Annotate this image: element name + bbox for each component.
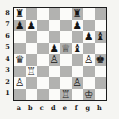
rank-labels: 87654321	[2, 7, 13, 101]
file-label-a: a	[17, 105, 21, 112]
square-d1	[49, 89, 61, 101]
rank-label-3: 3	[5, 67, 10, 74]
square-b5	[26, 43, 38, 55]
square-b7: ♟	[26, 20, 38, 32]
square-d8	[49, 8, 61, 20]
rank-label-5: 5	[5, 44, 10, 51]
square-a4: ♛	[14, 54, 26, 66]
black-pawn: ♟	[84, 31, 93, 42]
square-c3	[37, 66, 49, 78]
square-g7	[83, 20, 95, 32]
square-g1: ♔	[83, 89, 95, 101]
white-pawn: ♙	[15, 77, 24, 88]
square-d2	[49, 77, 61, 89]
square-f8: ♜	[72, 8, 84, 20]
square-e6	[60, 31, 72, 43]
square-h3	[95, 66, 107, 78]
file-labels: abcdefgh	[13, 101, 107, 113]
square-h4: ♚	[95, 54, 107, 66]
square-a2: ♙	[14, 77, 26, 89]
file-label-h: h	[97, 105, 102, 112]
square-d6	[49, 31, 61, 43]
square-f4	[72, 54, 84, 66]
square-a5	[14, 43, 26, 55]
square-h6: ♝	[95, 31, 107, 43]
square-g5	[83, 43, 95, 55]
black-rook: ♜	[73, 8, 82, 19]
square-f3	[72, 66, 84, 78]
black-queen: ♛	[15, 54, 24, 65]
file-label-e: e	[63, 105, 67, 112]
white-rook: ♖	[61, 89, 70, 100]
square-a7: ♟	[14, 20, 26, 32]
square-h2	[95, 77, 107, 89]
rank-label-2: 2	[5, 79, 10, 86]
rank-label-1: 1	[5, 90, 10, 97]
white-pawn: ♙	[50, 54, 59, 65]
square-c8	[37, 8, 49, 20]
square-c1	[37, 89, 49, 101]
black-pawn: ♟	[27, 20, 36, 31]
chess-diagram: 87654321 ♜♜♟♟♟♟♝♟♕♝♛♙♙♚♖♙♙♖♔ abcdefgh	[2, 2, 107, 113]
square-g3	[83, 66, 95, 78]
black-rook: ♜	[15, 8, 24, 19]
black-pawn: ♟	[50, 43, 59, 54]
square-h1	[95, 89, 107, 101]
square-g8	[83, 8, 95, 20]
square-e2	[60, 77, 72, 89]
square-h7	[95, 20, 107, 32]
file-label-f: f	[75, 105, 78, 112]
square-e7	[60, 20, 72, 32]
square-b2	[26, 77, 38, 89]
rank-label-8: 8	[5, 10, 10, 17]
black-king: ♚	[96, 54, 105, 65]
black-pawn: ♟	[15, 20, 24, 31]
white-pawn: ♙	[73, 77, 82, 88]
square-b4	[26, 54, 38, 66]
square-a1	[14, 89, 26, 101]
file-label-d: d	[51, 105, 56, 112]
square-h8	[95, 8, 107, 20]
white-queen: ♕	[61, 43, 70, 54]
white-king: ♔	[84, 89, 93, 100]
square-b1	[26, 89, 38, 101]
square-c4	[37, 54, 49, 66]
square-d5: ♟	[49, 43, 61, 55]
square-f5: ♝	[72, 43, 84, 55]
chess-board: ♜♜♟♟♟♟♝♟♕♝♛♙♙♚♖♙♙♖♔	[13, 7, 107, 101]
square-f6	[72, 31, 84, 43]
square-g2	[83, 77, 95, 89]
square-e4	[60, 54, 72, 66]
square-c2	[37, 77, 49, 89]
square-e3	[60, 66, 72, 78]
square-g4: ♙	[83, 54, 95, 66]
corner-spacer	[2, 101, 13, 113]
white-rook: ♖	[27, 66, 36, 77]
file-label-b: b	[28, 105, 33, 112]
file-label-g: g	[85, 105, 90, 112]
square-c7	[37, 20, 49, 32]
square-d7	[49, 20, 61, 32]
square-e5: ♕	[60, 43, 72, 55]
rank-label-7: 7	[5, 21, 10, 28]
file-label-c: c	[40, 105, 44, 112]
square-e1: ♖	[60, 89, 72, 101]
square-f1	[72, 89, 84, 101]
square-b6	[26, 31, 38, 43]
square-c5	[37, 43, 49, 55]
square-c6	[37, 31, 49, 43]
square-f2: ♙	[72, 77, 84, 89]
square-e8	[60, 8, 72, 20]
square-a8: ♜	[14, 8, 26, 20]
black-bishop: ♝	[96, 31, 105, 42]
rank-label-4: 4	[5, 56, 10, 63]
square-a3	[14, 66, 26, 78]
square-h5	[95, 43, 107, 55]
white-pawn: ♙	[84, 54, 93, 65]
square-b8	[26, 8, 38, 20]
rank-label-6: 6	[5, 33, 10, 40]
black-bishop: ♝	[73, 43, 82, 54]
square-d3	[49, 66, 61, 78]
square-b3: ♖	[26, 66, 38, 78]
black-pawn: ♟	[73, 20, 82, 31]
square-a6	[14, 31, 26, 43]
square-f7: ♟	[72, 20, 84, 32]
square-d4: ♙	[49, 54, 61, 66]
square-g6: ♟	[83, 31, 95, 43]
